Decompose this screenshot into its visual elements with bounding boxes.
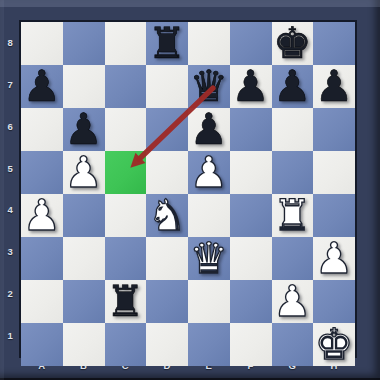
square-c5[interactable] bbox=[105, 151, 147, 194]
rank-label-7: 7 bbox=[2, 64, 19, 106]
rank-label-4: 4 bbox=[2, 189, 19, 231]
square-b5[interactable]: ♟ bbox=[63, 151, 105, 194]
square-e8[interactable] bbox=[188, 22, 230, 65]
rank-label-1: 1 bbox=[2, 314, 19, 356]
square-a5[interactable] bbox=[21, 151, 63, 194]
square-f4[interactable] bbox=[230, 194, 272, 237]
square-d5[interactable] bbox=[146, 151, 188, 194]
square-h4[interactable] bbox=[313, 194, 355, 237]
square-c7[interactable] bbox=[105, 65, 147, 108]
square-c2[interactable]: ♜ bbox=[105, 280, 147, 323]
rank-label-2: 2 bbox=[2, 273, 19, 315]
piece-white-pawn-b5[interactable]: ♟ bbox=[64, 151, 103, 194]
square-a3[interactable] bbox=[21, 237, 63, 280]
square-h7[interactable]: ♟ bbox=[313, 65, 355, 108]
square-d1[interactable] bbox=[146, 323, 188, 366]
piece-black-queen-e7[interactable]: ♛ bbox=[190, 65, 229, 108]
piece-black-pawn-b6[interactable]: ♟ bbox=[64, 108, 103, 151]
square-f8[interactable] bbox=[230, 22, 272, 65]
square-e4[interactable] bbox=[188, 194, 230, 237]
piece-black-pawn-a7[interactable]: ♟ bbox=[23, 65, 62, 108]
square-g4[interactable]: ♜ bbox=[272, 194, 314, 237]
piece-white-pawn-g2[interactable]: ♟ bbox=[273, 280, 312, 323]
rank-label-5: 5 bbox=[2, 147, 19, 189]
square-b6[interactable]: ♟ bbox=[63, 108, 105, 151]
square-a1[interactable] bbox=[21, 323, 63, 366]
piece-white-rook-g4[interactable]: ♜ bbox=[273, 194, 312, 237]
square-d3[interactable] bbox=[146, 237, 188, 280]
square-g2[interactable]: ♟ bbox=[272, 280, 314, 323]
square-d8[interactable]: ♜ bbox=[146, 22, 188, 65]
square-b3[interactable] bbox=[63, 237, 105, 280]
square-a4[interactable]: ♟ bbox=[21, 194, 63, 237]
piece-white-pawn-e5[interactable]: ♟ bbox=[190, 151, 229, 194]
rank-label-3: 3 bbox=[2, 231, 19, 273]
piece-black-pawn-e6[interactable]: ♟ bbox=[190, 108, 229, 151]
square-c4[interactable] bbox=[105, 194, 147, 237]
piece-black-pawn-f7[interactable]: ♟ bbox=[231, 65, 270, 108]
square-f3[interactable] bbox=[230, 237, 272, 280]
piece-black-rook-c2[interactable]: ♜ bbox=[106, 280, 145, 323]
square-h1[interactable]: ♚ bbox=[313, 323, 355, 366]
piece-white-knight-d4[interactable]: ♞ bbox=[148, 194, 187, 237]
square-b4[interactable] bbox=[63, 194, 105, 237]
rank-label-8: 8 bbox=[2, 22, 19, 64]
square-f6[interactable] bbox=[230, 108, 272, 151]
chess-board: ♜♚♟♛♟♟♟♟♟♟♟♟♞♜♛♟♜♟♚ bbox=[21, 22, 355, 356]
rank-label-6: 6 bbox=[2, 106, 19, 148]
rank-labels: 87654321 bbox=[2, 22, 19, 356]
square-e6[interactable]: ♟ bbox=[188, 108, 230, 151]
piece-white-queen-e3[interactable]: ♛ bbox=[190, 237, 229, 280]
piece-white-pawn-a4[interactable]: ♟ bbox=[23, 194, 62, 237]
piece-white-king-h1[interactable]: ♚ bbox=[315, 323, 354, 366]
square-e2[interactable] bbox=[188, 280, 230, 323]
square-c3[interactable] bbox=[105, 237, 147, 280]
piece-black-rook-d8[interactable]: ♜ bbox=[148, 22, 187, 65]
square-b2[interactable] bbox=[63, 280, 105, 323]
square-a7[interactable]: ♟ bbox=[21, 65, 63, 108]
board-frame: 87654321 ABCDEFGH ♜♚♟♛♟♟♟♟♟♟♟♟♞♜♛♟♜♟♚ bbox=[0, 0, 380, 380]
square-f1[interactable] bbox=[230, 323, 272, 366]
square-g3[interactable] bbox=[272, 237, 314, 280]
square-a6[interactable] bbox=[21, 108, 63, 151]
square-e3[interactable]: ♛ bbox=[188, 237, 230, 280]
square-c8[interactable] bbox=[105, 22, 147, 65]
square-g7[interactable]: ♟ bbox=[272, 65, 314, 108]
square-f5[interactable] bbox=[230, 151, 272, 194]
square-a2[interactable] bbox=[21, 280, 63, 323]
square-d4[interactable]: ♞ bbox=[146, 194, 188, 237]
square-f2[interactable] bbox=[230, 280, 272, 323]
square-d7[interactable] bbox=[146, 65, 188, 108]
piece-black-pawn-h7[interactable]: ♟ bbox=[315, 65, 354, 108]
square-e7[interactable]: ♛ bbox=[188, 65, 230, 108]
square-b1[interactable] bbox=[63, 323, 105, 366]
square-h8[interactable] bbox=[313, 22, 355, 65]
piece-black-king-g8[interactable]: ♚ bbox=[273, 22, 312, 65]
square-h2[interactable] bbox=[313, 280, 355, 323]
piece-black-pawn-g7[interactable]: ♟ bbox=[273, 65, 312, 108]
square-g6[interactable] bbox=[272, 108, 314, 151]
square-e1[interactable] bbox=[188, 323, 230, 366]
square-e5[interactable]: ♟ bbox=[188, 151, 230, 194]
square-b8[interactable] bbox=[63, 22, 105, 65]
square-c6[interactable] bbox=[105, 108, 147, 151]
square-h6[interactable] bbox=[313, 108, 355, 151]
square-c1[interactable] bbox=[105, 323, 147, 366]
square-d6[interactable] bbox=[146, 108, 188, 151]
square-a8[interactable] bbox=[21, 22, 63, 65]
square-g8[interactable]: ♚ bbox=[272, 22, 314, 65]
square-d2[interactable] bbox=[146, 280, 188, 323]
square-b7[interactable] bbox=[63, 65, 105, 108]
square-g1[interactable] bbox=[272, 323, 314, 366]
square-h3[interactable]: ♟ bbox=[313, 237, 355, 280]
piece-white-pawn-h3[interactable]: ♟ bbox=[315, 237, 354, 280]
square-g5[interactable] bbox=[272, 151, 314, 194]
square-f7[interactable]: ♟ bbox=[230, 65, 272, 108]
square-h5[interactable] bbox=[313, 151, 355, 194]
